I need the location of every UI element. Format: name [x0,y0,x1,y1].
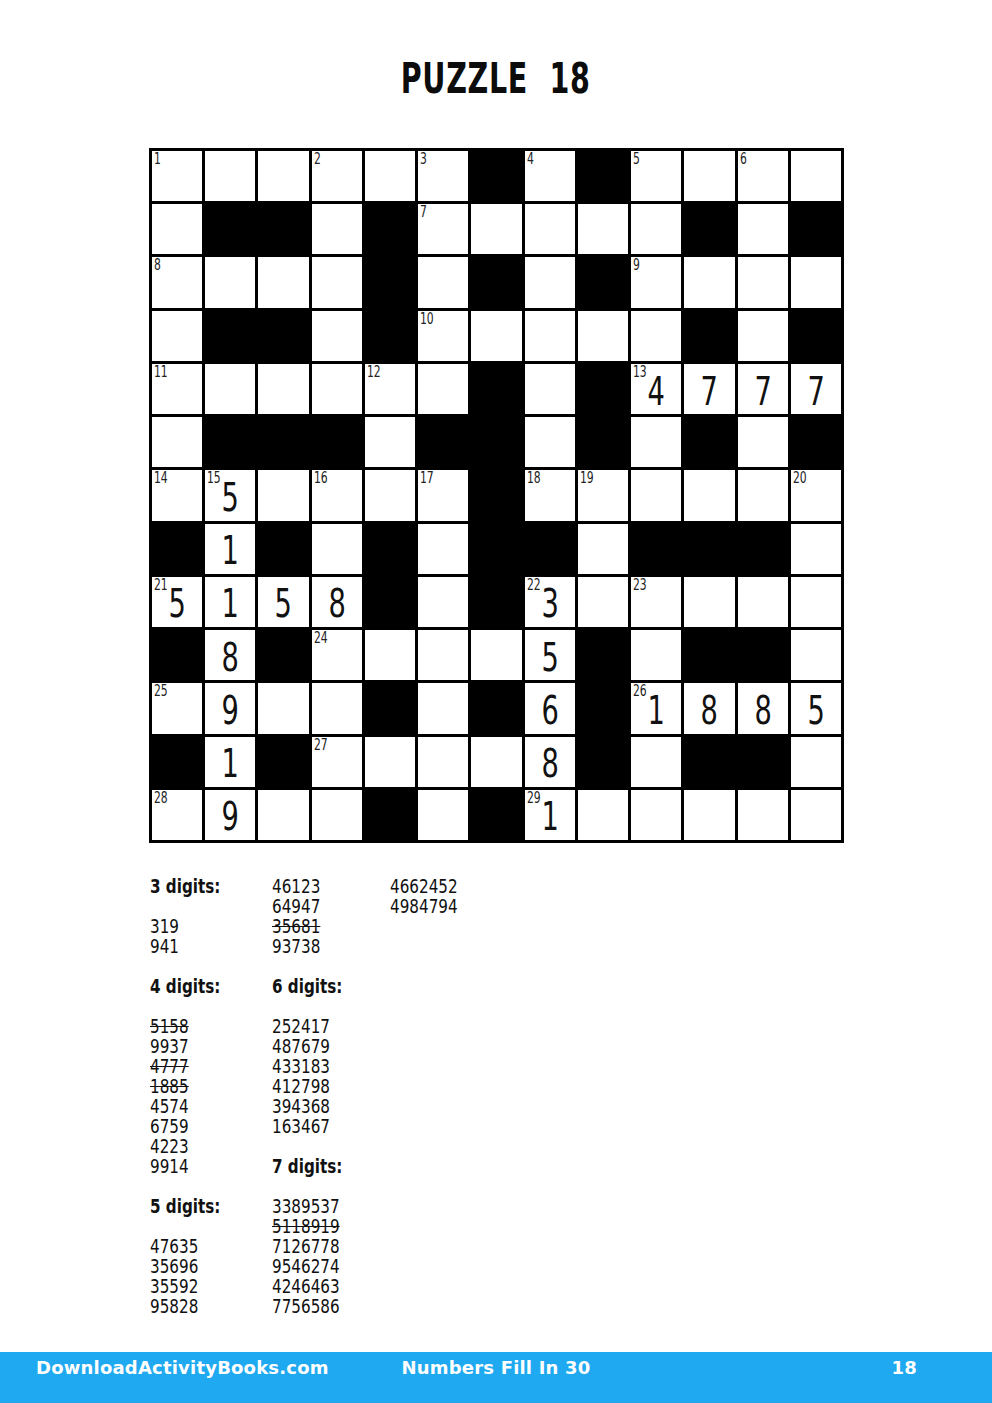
grid-cell[interactable] [418,364,468,414]
grid-cell[interactable] [525,364,575,414]
blocked-cell [525,524,575,574]
grid-cell[interactable] [791,151,841,201]
grid-cell[interactable]: 134 [631,364,681,414]
grid-cell[interactable]: 7 [738,364,788,414]
empty-slot [272,956,366,976]
grid-cell[interactable] [471,737,521,787]
grid-cell[interactable]: 8 [205,630,255,680]
grid-cell[interactable]: 9 [205,790,255,840]
grid-cell[interactable]: 261 [631,683,681,733]
word-item: 6759 [150,1116,248,1136]
word-list-line: 3 digits:461234662452 [150,876,610,896]
cell-digit: 3 [532,577,567,627]
grid-cell[interactable] [418,577,468,627]
word-list-line: 31935681 [150,916,610,936]
grid-cell[interactable] [312,364,362,414]
word-list-line: 99147 digits: [150,1156,610,1176]
grid-cell[interactable]: 8 [312,577,362,627]
grid-cell[interactable] [578,311,628,361]
grid-cell[interactable]: 1 [152,151,202,201]
grid-cell[interactable] [525,257,575,307]
blocked-cell [578,257,628,307]
clue-number: 7 [420,205,427,221]
grid-cell[interactable] [418,630,468,680]
grid-cell[interactable]: 8 [152,257,202,307]
cell-digit: 9 [213,683,248,733]
grid-cell[interactable]: 7 [791,364,841,414]
word-list-line: 6759163467 [150,1116,610,1136]
page-title-text: PUZZLE 18 [401,58,591,100]
word-item: 9937 [150,1036,248,1056]
empty-slot [390,1016,566,1036]
word-item: 941 [150,936,248,956]
grid-cell[interactable] [738,470,788,520]
blocked-cell [418,417,468,467]
grid-cell[interactable] [258,364,308,414]
word-item: 95828 [150,1296,248,1316]
word-list-line [150,1176,610,1196]
blocked-cell [631,524,681,574]
grid-cell[interactable] [258,470,308,520]
word-list-line: 9937487679 [150,1036,610,1056]
word-item: 4984794 [390,896,566,916]
word-item: 487679 [272,1036,366,1056]
grid-cell[interactable]: 25 [152,683,202,733]
blocked-cell [684,204,734,254]
grid-cell[interactable] [312,311,362,361]
grid-cell[interactable]: 3 [418,151,468,201]
grid-cell[interactable] [791,257,841,307]
grid-cell[interactable]: 9 [205,683,255,733]
word-item: 163467 [272,1116,366,1136]
blocked-cell [791,204,841,254]
section-header: 6 digits: [272,976,366,996]
blocked-cell [258,630,308,680]
grid-cell[interactable]: 1 [205,737,255,787]
word-item: 4223 [150,1136,248,1156]
blocked-cell [365,577,415,627]
grid-cell[interactable] [312,524,362,574]
grid-cell[interactable] [418,790,468,840]
word-lists: 3 digits:4612346624526494749847943193568… [150,876,610,1316]
grid-cell[interactable] [684,470,734,520]
blocked-cell [471,524,521,574]
grid-cell[interactable] [791,630,841,680]
grid-cell[interactable] [258,683,308,733]
grid-cell[interactable] [471,630,521,680]
grid-cell[interactable] [525,417,575,467]
word-list-line: 4 digits:6 digits: [150,976,610,996]
blocked-cell [578,417,628,467]
grid-cell[interactable] [684,790,734,840]
grid-cell[interactable]: 6 [525,683,575,733]
word-list-line: 958287756586 [150,1296,610,1316]
grid-cell[interactable]: 16 [312,470,362,520]
blocked-cell [578,364,628,414]
word-item: 433183 [272,1056,366,1076]
blocked-cell [578,630,628,680]
grid-cell[interactable] [205,257,255,307]
clue-number: 27 [314,738,328,754]
cell-digit: 5 [213,470,248,520]
empty-slot [390,1076,566,1096]
cell-digit: 8 [745,683,780,733]
word-item: 4662452 [390,876,566,896]
grid-cell[interactable] [365,417,415,467]
blocked-cell [471,151,521,201]
grid-cell[interactable] [631,204,681,254]
grid-cell[interactable]: 20 [791,470,841,520]
grid-cell[interactable] [791,524,841,574]
clue-number: 5 [633,152,640,168]
cell-digit: 5 [160,577,195,627]
blocked-cell [791,417,841,467]
grid-cell[interactable] [471,204,521,254]
word-item: 4777 [150,1056,248,1076]
blocked-cell [738,524,788,574]
empty-slot [272,1176,366,1196]
empty-slot [390,1056,566,1076]
section-header: 5 digits: [150,1196,248,1216]
grid-cell[interactable]: 8 [738,683,788,733]
empty-slot [390,1176,566,1196]
word-list-line [150,996,610,1016]
blocked-cell [205,417,255,467]
footer-page-number: 18 [892,1357,917,1379]
grid-cell[interactable] [578,790,628,840]
word-item: 93738 [272,936,366,956]
grid-cell[interactable] [365,470,415,520]
empty-slot [390,1296,566,1316]
clue-number: 14 [154,471,168,487]
grid-cell[interactable] [631,737,681,787]
cell-digit: 1 [213,737,248,787]
clue-number: 1 [154,152,161,168]
word-list-line: 5158252417 [150,1016,610,1036]
clue-number: 3 [420,152,427,168]
word-item: 35681 [272,916,366,936]
cell-digit: 7 [745,364,780,414]
empty-slot [150,896,248,916]
word-list-line: 5118919 [150,1216,610,1236]
empty-slot [390,1116,566,1136]
clue-number: 16 [314,471,328,487]
grid-cell[interactable] [791,737,841,787]
grid-cell[interactable] [525,311,575,361]
grid-cell[interactable] [365,151,415,201]
clue-number: 24 [314,631,328,647]
grid-cell[interactable] [418,737,468,787]
blocked-cell [578,151,628,201]
grid-cell[interactable] [578,524,628,574]
blocked-cell [471,790,521,840]
section-header: 7 digits: [272,1156,366,1176]
blocked-cell [312,417,362,467]
grid-cell[interactable]: 291 [525,790,575,840]
grid-cell[interactable] [738,204,788,254]
grid-cell[interactable] [258,151,308,201]
empty-slot [390,1156,566,1176]
blocked-cell [684,630,734,680]
word-item: 64947 [272,896,366,916]
blocked-cell [738,737,788,787]
grid-cell[interactable] [738,417,788,467]
blocked-cell [684,737,734,787]
word-item: 7756586 [272,1296,366,1316]
section-header: 3 digits: [150,876,248,896]
word-list-line: 476357126778 [150,1236,610,1256]
grid-cell[interactable]: 14 [152,470,202,520]
footer-book-title: Numbers Fill In 30 [0,1357,992,1379]
empty-slot [390,956,566,976]
blocked-cell [684,311,734,361]
cell-digit: 7 [692,364,727,414]
grid-cell[interactable] [684,577,734,627]
word-item: 35696 [150,1256,248,1276]
grid-cell[interactable] [365,630,415,680]
fill-in-grid: 1234567891011121347771415516171819201215… [149,148,844,843]
word-list-line: 4777433183 [150,1056,610,1076]
blocked-cell [471,417,521,467]
blocked-cell [471,577,521,627]
grid-cell[interactable] [738,577,788,627]
blocked-cell [152,737,202,787]
grid-cell[interactable] [631,630,681,680]
word-item: 46123 [272,876,366,896]
grid-cell[interactable]: 7 [418,204,468,254]
grid-cell[interactable] [312,790,362,840]
empty-slot [390,1136,566,1156]
grid-cell[interactable]: 4 [525,151,575,201]
cell-digit: 5 [532,630,567,680]
grid-cell[interactable]: 5 [525,630,575,680]
grid-cell[interactable]: 1 [205,524,255,574]
grid-cell[interactable] [205,151,255,201]
grid-cell[interactable] [684,151,734,201]
grid-cell[interactable] [631,417,681,467]
word-item: 394368 [272,1096,366,1116]
blocked-cell [578,683,628,733]
blocked-cell [258,417,308,467]
blocked-cell [365,683,415,733]
section-header: 4 digits: [150,976,248,996]
grid-cell[interactable] [738,311,788,361]
clue-number: 18 [527,471,541,487]
word-item: 3389537 [272,1196,366,1216]
cell-digit: 1 [213,524,248,574]
clue-number: 4 [527,152,534,168]
footer-bar: DownloadActivityBooks.com Numbers Fill I… [0,1352,992,1403]
cell-digit: 4 [639,364,674,414]
empty-slot [390,1036,566,1056]
clue-number: 25 [154,684,168,700]
clue-number: 20 [793,471,807,487]
cell-digit: 5 [266,577,301,627]
clue-number: 8 [154,258,161,274]
grid-cell[interactable] [205,364,255,414]
cell-digit: 6 [532,683,567,733]
word-item: 35592 [150,1276,248,1296]
grid-cell[interactable]: 155 [205,470,255,520]
grid-cell[interactable]: 8 [684,683,734,733]
word-list-line: 356969546274 [150,1256,610,1276]
word-list-line: 4223 [150,1136,610,1156]
word-list-line: 5 digits:3389537 [150,1196,610,1216]
blocked-cell [365,524,415,574]
grid-cell[interactable] [684,257,734,307]
grid-cell[interactable] [631,311,681,361]
grid-cell[interactable]: 27 [312,737,362,787]
grid-cell[interactable] [578,204,628,254]
empty-slot [150,1176,248,1196]
grid-cell[interactable]: 10 [418,311,468,361]
blocked-cell [258,737,308,787]
grid-cell[interactable] [312,257,362,307]
blocked-cell [258,204,308,254]
word-item: 1885 [150,1076,248,1096]
empty-slot [150,1216,248,1236]
empty-slot [390,936,566,956]
blocked-cell [205,311,255,361]
grid-cell[interactable] [471,311,521,361]
empty-slot [150,956,248,976]
empty-slot [390,1096,566,1116]
grid-cell[interactable] [791,790,841,840]
grid-cell[interactable]: 2 [312,151,362,201]
empty-slot [272,996,366,1016]
cell-digit: 8 [319,577,354,627]
grid-cell[interactable] [631,790,681,840]
grid-cell[interactable] [631,470,681,520]
empty-slot [390,1256,566,1276]
empty-slot [150,996,248,1016]
grid-cell[interactable] [525,204,575,254]
blocked-cell [684,417,734,467]
grid-cell[interactable]: 17 [418,470,468,520]
grid-cell[interactable] [312,204,362,254]
word-list-line: 355924246463 [150,1276,610,1296]
grid-cell[interactable]: 5 [258,577,308,627]
word-list-line: 649474984794 [150,896,610,916]
clue-number: 9 [633,258,640,274]
cell-digit: 9 [213,790,248,840]
grid-cell[interactable]: 12 [365,364,415,414]
empty-slot [272,1136,366,1156]
blocked-cell [365,311,415,361]
cell-digit: 7 [798,364,833,414]
word-item: 412798 [272,1076,366,1096]
grid-cell[interactable] [365,737,415,787]
grid-cell[interactable]: 1 [205,577,255,627]
blocked-cell [471,470,521,520]
blocked-cell [258,524,308,574]
blocked-cell [258,311,308,361]
grid-cell[interactable]: 11 [152,364,202,414]
cell-digit: 8 [213,630,248,680]
word-list-line: 4574394368 [150,1096,610,1116]
grid-cell[interactable] [418,257,468,307]
empty-slot [390,916,566,936]
grid-cell[interactable]: 8 [525,737,575,787]
blocked-cell [684,524,734,574]
grid-cell[interactable] [418,683,468,733]
blocked-cell [578,737,628,787]
clue-number: 19 [580,471,594,487]
grid-cell[interactable]: 18 [525,470,575,520]
word-list-line [150,956,610,976]
grid-cell[interactable]: 223 [525,577,575,627]
grid-cell[interactable]: 23 [631,577,681,627]
page-title: PUZZLE 18 [0,58,992,100]
empty-slot [390,1216,566,1236]
cell-digit: 8 [692,683,727,733]
blocked-cell [471,683,521,733]
grid-cell[interactable] [791,577,841,627]
blocked-cell [471,364,521,414]
cell-digit: 1 [532,790,567,840]
clue-number: 12 [367,365,381,381]
grid-cell[interactable] [152,311,202,361]
grid-cell[interactable]: 5 [631,151,681,201]
grid-cell[interactable]: 5 [791,683,841,733]
empty-slot [390,1236,566,1256]
blocked-cell [365,257,415,307]
grid-cell[interactable] [258,257,308,307]
blocked-cell [152,630,202,680]
blocked-cell [205,204,255,254]
grid-cell[interactable] [258,790,308,840]
grid-cell[interactable] [738,257,788,307]
blocked-cell [365,204,415,254]
word-list-line: 1885412798 [150,1076,610,1096]
grid-cell[interactable] [312,683,362,733]
grid-cell[interactable] [418,524,468,574]
word-list-line: 94193738 [150,936,610,956]
word-item: 5118919 [272,1216,366,1236]
grid-cell[interactable] [152,204,202,254]
grid-cell[interactable]: 24 [312,630,362,680]
cell-digit: 8 [532,737,567,787]
cell-digit: 5 [798,683,833,733]
word-item: 4246463 [272,1276,366,1296]
blocked-cell [471,257,521,307]
blocked-cell [152,524,202,574]
word-item: 7126778 [272,1236,366,1256]
clue-number: 6 [740,152,747,168]
cell-digit: 1 [213,577,248,627]
word-item: 47635 [150,1236,248,1256]
clue-number: 28 [154,791,168,807]
grid-cell[interactable]: 19 [578,470,628,520]
grid-cell[interactable]: 7 [684,364,734,414]
clue-number: 17 [420,471,434,487]
cell-digit: 1 [639,683,674,733]
clue-number: 11 [154,365,168,381]
blocked-cell [791,311,841,361]
grid-cell[interactable]: 28 [152,790,202,840]
grid-cell[interactable] [152,417,202,467]
grid-cell[interactable] [578,577,628,627]
empty-slot [390,976,566,996]
grid-cell[interactable] [738,790,788,840]
grid-cell[interactable]: 6 [738,151,788,201]
word-item: 5158 [150,1016,248,1036]
word-item: 9914 [150,1156,248,1176]
word-item: 9546274 [272,1256,366,1276]
grid-cell[interactable]: 9 [631,257,681,307]
clue-number: 2 [314,152,321,168]
grid-cell[interactable]: 215 [152,577,202,627]
